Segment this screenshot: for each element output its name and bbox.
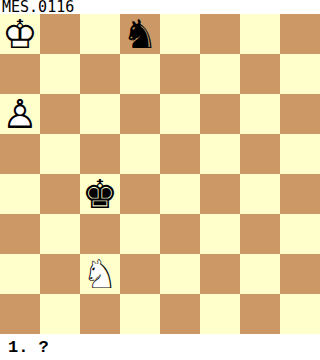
- square-d2[interactable]: [120, 254, 160, 294]
- square-f8[interactable]: [200, 14, 240, 54]
- square-a8[interactable]: ♚♔: [0, 14, 40, 54]
- square-e5[interactable]: [160, 134, 200, 174]
- square-f3[interactable]: [200, 214, 240, 254]
- square-e7[interactable]: [160, 54, 200, 94]
- square-f7[interactable]: [200, 54, 240, 94]
- white-knight[interactable]: ♘: [80, 254, 120, 294]
- square-e2[interactable]: [160, 254, 200, 294]
- square-c2[interactable]: ♞♘: [80, 254, 120, 294]
- square-d5[interactable]: [120, 134, 160, 174]
- chess-diagram-screen: MES.0116 ♚♔♞♟♙♚♞♘ 1. ?: [0, 0, 320, 360]
- square-b8[interactable]: [40, 14, 80, 54]
- square-c1[interactable]: [80, 294, 120, 334]
- square-g4[interactable]: [240, 174, 280, 214]
- square-a2[interactable]: [0, 254, 40, 294]
- square-a6[interactable]: ♟♙: [0, 94, 40, 134]
- square-g3[interactable]: [240, 214, 280, 254]
- square-c7[interactable]: [80, 54, 120, 94]
- square-h1[interactable]: [280, 294, 320, 334]
- square-d3[interactable]: [120, 214, 160, 254]
- square-f2[interactable]: [200, 254, 240, 294]
- square-a4[interactable]: [0, 174, 40, 214]
- square-h2[interactable]: [280, 254, 320, 294]
- square-c4[interactable]: ♚: [80, 174, 120, 214]
- square-e4[interactable]: [160, 174, 200, 214]
- square-f6[interactable]: [200, 94, 240, 134]
- square-h7[interactable]: [280, 54, 320, 94]
- square-h6[interactable]: [280, 94, 320, 134]
- square-g1[interactable]: [240, 294, 280, 334]
- move-prompt: 1. ?: [8, 338, 49, 358]
- square-a7[interactable]: [0, 54, 40, 94]
- square-b7[interactable]: [40, 54, 80, 94]
- square-e3[interactable]: [160, 214, 200, 254]
- square-f1[interactable]: [200, 294, 240, 334]
- square-c5[interactable]: [80, 134, 120, 174]
- square-g2[interactable]: [240, 254, 280, 294]
- chess-board: ♚♔♞♟♙♚♞♘: [0, 14, 320, 334]
- square-h4[interactable]: [280, 174, 320, 214]
- square-d8[interactable]: ♞: [120, 14, 160, 54]
- square-a3[interactable]: [0, 214, 40, 254]
- square-e8[interactable]: [160, 14, 200, 54]
- square-d4[interactable]: [120, 174, 160, 214]
- square-e6[interactable]: [160, 94, 200, 134]
- square-g5[interactable]: [240, 134, 280, 174]
- square-b6[interactable]: [40, 94, 80, 134]
- black-king[interactable]: ♚: [80, 174, 120, 214]
- white-king[interactable]: ♔: [0, 14, 40, 54]
- square-c8[interactable]: [80, 14, 120, 54]
- square-f5[interactable]: [200, 134, 240, 174]
- square-b2[interactable]: [40, 254, 80, 294]
- square-g7[interactable]: [240, 54, 280, 94]
- square-b3[interactable]: [40, 214, 80, 254]
- square-c6[interactable]: [80, 94, 120, 134]
- square-g8[interactable]: [240, 14, 280, 54]
- square-a5[interactable]: [0, 134, 40, 174]
- square-d7[interactable]: [120, 54, 160, 94]
- black-knight[interactable]: ♞: [120, 14, 160, 54]
- square-h3[interactable]: [280, 214, 320, 254]
- square-c3[interactable]: [80, 214, 120, 254]
- square-b5[interactable]: [40, 134, 80, 174]
- square-h5[interactable]: [280, 134, 320, 174]
- square-f4[interactable]: [200, 174, 240, 214]
- square-e1[interactable]: [160, 294, 200, 334]
- footer-bar: 1. ?: [8, 336, 49, 360]
- square-d6[interactable]: [120, 94, 160, 134]
- square-b1[interactable]: [40, 294, 80, 334]
- square-g6[interactable]: [240, 94, 280, 134]
- square-a1[interactable]: [0, 294, 40, 334]
- square-d1[interactable]: [120, 294, 160, 334]
- square-b4[interactable]: [40, 174, 80, 214]
- white-pawn[interactable]: ♙: [0, 94, 40, 134]
- square-h8[interactable]: [280, 14, 320, 54]
